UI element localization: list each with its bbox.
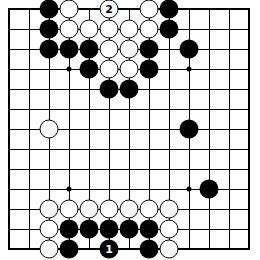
intersection[interactable] <box>39 39 59 59</box>
intersection[interactable] <box>139 59 159 79</box>
intersection[interactable] <box>239 239 259 259</box>
white-stone <box>140 0 159 19</box>
intersection[interactable] <box>219 139 239 159</box>
intersection[interactable] <box>219 79 239 99</box>
intersection[interactable] <box>139 79 159 99</box>
black-stone <box>200 180 219 199</box>
intersection[interactable]: 2 <box>99 0 119 19</box>
black-stone <box>160 0 179 19</box>
black-stone <box>80 40 99 59</box>
intersection[interactable] <box>199 19 219 39</box>
black-stone <box>40 40 59 59</box>
intersection[interactable] <box>99 199 119 219</box>
intersection[interactable] <box>19 239 39 259</box>
intersection[interactable] <box>239 79 259 99</box>
intersection[interactable] <box>19 39 39 59</box>
intersection[interactable] <box>139 39 159 59</box>
intersection[interactable] <box>119 59 139 79</box>
intersection[interactable] <box>19 119 39 139</box>
intersection[interactable] <box>179 139 199 159</box>
intersection[interactable] <box>0 39 19 59</box>
intersection[interactable] <box>139 139 159 159</box>
intersection[interactable] <box>139 99 159 119</box>
intersection[interactable] <box>239 159 259 179</box>
intersection[interactable] <box>199 79 219 99</box>
intersection[interactable] <box>159 99 179 119</box>
intersection[interactable] <box>0 59 19 79</box>
intersection[interactable] <box>139 199 159 219</box>
intersection[interactable] <box>179 219 199 239</box>
intersection[interactable] <box>59 19 79 39</box>
intersection[interactable] <box>59 239 79 259</box>
intersection[interactable] <box>99 119 119 139</box>
intersection[interactable] <box>179 119 199 139</box>
black-stone <box>180 40 199 59</box>
intersection[interactable] <box>239 19 259 39</box>
black-stone <box>140 240 159 259</box>
intersection[interactable] <box>39 179 59 199</box>
intersection[interactable] <box>59 199 79 219</box>
white-stone <box>100 40 119 59</box>
black-stone <box>80 220 99 239</box>
intersection[interactable] <box>79 199 99 219</box>
intersection[interactable] <box>219 0 239 19</box>
intersection[interactable] <box>19 19 39 39</box>
white-stone <box>60 0 79 19</box>
intersection[interactable] <box>219 39 239 59</box>
intersection[interactable] <box>179 59 199 79</box>
intersection[interactable] <box>119 0 139 19</box>
intersection[interactable] <box>159 199 179 219</box>
intersection[interactable] <box>0 179 19 199</box>
intersection[interactable] <box>59 39 79 59</box>
intersection[interactable] <box>59 0 79 19</box>
intersection[interactable] <box>199 159 219 179</box>
intersection[interactable] <box>99 79 119 99</box>
black-stone <box>180 120 199 139</box>
intersection[interactable] <box>219 239 239 259</box>
intersection[interactable] <box>139 219 159 239</box>
intersection[interactable] <box>79 39 99 59</box>
white-stone <box>60 200 79 219</box>
white-stone <box>100 200 119 219</box>
black-stone <box>140 220 159 239</box>
intersection[interactable] <box>199 239 219 259</box>
intersection[interactable] <box>99 59 119 79</box>
white-stone <box>120 200 139 219</box>
intersection[interactable] <box>179 0 199 19</box>
white-stone <box>160 200 179 219</box>
intersection[interactable] <box>159 39 179 59</box>
black-stone <box>60 220 79 239</box>
intersection[interactable] <box>199 0 219 19</box>
intersection[interactable] <box>139 19 159 39</box>
intersection[interactable] <box>0 99 19 119</box>
intersection[interactable] <box>239 39 259 59</box>
intersection[interactable] <box>159 19 179 39</box>
intersection[interactable] <box>159 119 179 139</box>
intersection[interactable] <box>19 139 39 159</box>
white-stone <box>120 60 139 79</box>
intersection[interactable] <box>219 219 239 239</box>
black-stone <box>80 60 99 79</box>
move-number-label: 1 <box>105 244 113 255</box>
intersection[interactable] <box>59 59 79 79</box>
intersection[interactable]: 1 <box>99 239 119 259</box>
intersection[interactable] <box>79 239 99 259</box>
white-stone <box>80 20 99 39</box>
intersection[interactable] <box>59 219 79 239</box>
black-stone <box>160 20 179 39</box>
intersection[interactable] <box>179 199 199 219</box>
intersection[interactable] <box>79 119 99 139</box>
intersection[interactable] <box>199 119 219 139</box>
intersection[interactable] <box>179 179 199 199</box>
go-board-diagram: 21 <box>0 0 260 260</box>
intersection[interactable] <box>119 199 139 219</box>
black-stone <box>140 40 159 59</box>
intersection[interactable] <box>119 219 139 239</box>
intersection[interactable] <box>159 219 179 239</box>
intersection[interactable] <box>159 139 179 159</box>
intersection[interactable] <box>59 179 79 199</box>
black-stone <box>40 20 59 39</box>
intersection[interactable] <box>39 79 59 99</box>
white-stone <box>80 200 99 219</box>
intersection[interactable] <box>59 79 79 99</box>
intersection[interactable] <box>159 79 179 99</box>
intersection[interactable] <box>19 99 39 119</box>
intersection[interactable] <box>159 159 179 179</box>
intersection[interactable] <box>179 79 199 99</box>
intersection[interactable] <box>79 139 99 159</box>
white-stone <box>60 20 79 39</box>
black-stone: 1 <box>100 240 119 259</box>
intersection[interactable] <box>179 19 199 39</box>
intersection[interactable] <box>219 159 239 179</box>
intersection[interactable] <box>199 199 219 219</box>
move-number-label: 2 <box>105 4 113 15</box>
intersection[interactable] <box>39 159 59 179</box>
intersection[interactable] <box>159 0 179 19</box>
intersection[interactable] <box>199 139 219 159</box>
white-stone <box>160 240 179 259</box>
intersection[interactable] <box>19 59 39 79</box>
intersection[interactable] <box>159 239 179 259</box>
intersection[interactable] <box>0 239 19 259</box>
intersection[interactable] <box>39 139 59 159</box>
white-stone <box>120 20 139 39</box>
intersection[interactable] <box>0 19 19 39</box>
white-stone <box>40 200 59 219</box>
white-stone: 2 <box>100 0 119 19</box>
intersection[interactable] <box>79 79 99 99</box>
intersection[interactable] <box>199 99 219 119</box>
intersection[interactable] <box>119 99 139 119</box>
intersection[interactable] <box>99 159 119 179</box>
intersection[interactable] <box>39 199 59 219</box>
intersection[interactable] <box>119 139 139 159</box>
white-stone <box>160 220 179 239</box>
intersection[interactable] <box>59 159 79 179</box>
intersection[interactable] <box>199 39 219 59</box>
white-stone <box>100 20 119 39</box>
intersection[interactable] <box>0 159 19 179</box>
intersection[interactable] <box>139 159 159 179</box>
intersection[interactable] <box>119 239 139 259</box>
white-stone <box>140 20 159 39</box>
intersection[interactable] <box>99 39 119 59</box>
intersection[interactable] <box>239 119 259 139</box>
intersection[interactable] <box>219 119 239 139</box>
intersection[interactable] <box>139 119 159 139</box>
black-stone <box>40 0 59 19</box>
intersection[interactable] <box>239 219 259 239</box>
intersection[interactable] <box>119 119 139 139</box>
white-stone <box>140 200 159 219</box>
intersection[interactable] <box>79 219 99 239</box>
black-stone <box>60 240 79 259</box>
intersection[interactable] <box>119 39 139 59</box>
intersection[interactable] <box>79 19 99 39</box>
black-stone <box>60 40 79 59</box>
intersection[interactable] <box>219 59 239 79</box>
white-stone <box>40 240 59 259</box>
intersection[interactable] <box>0 219 19 239</box>
intersection[interactable] <box>139 239 159 259</box>
intersection[interactable] <box>19 159 39 179</box>
intersection[interactable] <box>99 99 119 119</box>
intersection[interactable] <box>0 0 19 19</box>
intersection[interactable] <box>139 0 159 19</box>
intersection[interactable] <box>139 179 159 199</box>
white-stone <box>40 220 59 239</box>
intersection[interactable] <box>219 19 239 39</box>
black-stone <box>120 80 139 99</box>
intersection[interactable] <box>59 99 79 119</box>
intersection[interactable] <box>239 59 259 79</box>
board-cells: 21 <box>0 0 259 259</box>
intersection[interactable] <box>219 199 239 219</box>
intersection[interactable] <box>239 0 259 19</box>
intersection[interactable] <box>39 219 59 239</box>
intersection[interactable] <box>199 59 219 79</box>
intersection[interactable] <box>79 179 99 199</box>
intersection[interactable] <box>79 59 99 79</box>
intersection[interactable] <box>219 179 239 199</box>
intersection[interactable] <box>39 59 59 79</box>
intersection[interactable] <box>99 179 119 199</box>
intersection[interactable] <box>79 159 99 179</box>
intersection[interactable] <box>99 19 119 39</box>
black-stone <box>120 220 139 239</box>
intersection[interactable] <box>239 199 259 219</box>
intersection[interactable] <box>179 239 199 259</box>
intersection[interactable] <box>119 159 139 179</box>
intersection[interactable] <box>179 39 199 59</box>
intersection[interactable] <box>39 19 59 39</box>
intersection[interactable] <box>39 119 59 139</box>
black-stone <box>100 220 119 239</box>
white-stone <box>100 60 119 79</box>
intersection[interactable] <box>239 139 259 159</box>
intersection[interactable] <box>119 179 139 199</box>
intersection[interactable] <box>199 179 219 199</box>
intersection[interactable] <box>0 79 19 99</box>
intersection[interactable] <box>39 239 59 259</box>
intersection[interactable] <box>0 139 19 159</box>
intersection[interactable] <box>19 219 39 239</box>
white-stone <box>40 120 59 139</box>
intersection[interactable] <box>239 99 259 119</box>
intersection[interactable] <box>59 139 79 159</box>
intersection[interactable] <box>159 59 179 79</box>
intersection[interactable] <box>19 79 39 99</box>
black-stone <box>140 60 159 79</box>
intersection[interactable] <box>79 99 99 119</box>
black-stone <box>100 80 119 99</box>
intersection[interactable] <box>0 119 19 139</box>
intersection[interactable] <box>59 119 79 139</box>
intersection[interactable] <box>0 199 19 219</box>
intersection[interactable] <box>199 219 219 239</box>
intersection[interactable] <box>159 179 179 199</box>
intersection[interactable] <box>79 0 99 19</box>
intersection[interactable] <box>19 199 39 219</box>
intersection[interactable] <box>19 179 39 199</box>
intersection[interactable] <box>179 159 199 179</box>
intersection[interactable] <box>19 0 39 19</box>
intersection[interactable] <box>119 19 139 39</box>
intersection[interactable] <box>179 99 199 119</box>
intersection[interactable] <box>119 79 139 99</box>
intersection[interactable] <box>39 0 59 19</box>
intersection[interactable] <box>99 219 119 239</box>
intersection[interactable] <box>39 99 59 119</box>
intersection[interactable] <box>239 179 259 199</box>
intersection[interactable] <box>219 99 239 119</box>
white-stone <box>120 40 139 59</box>
intersection[interactable] <box>99 139 119 159</box>
